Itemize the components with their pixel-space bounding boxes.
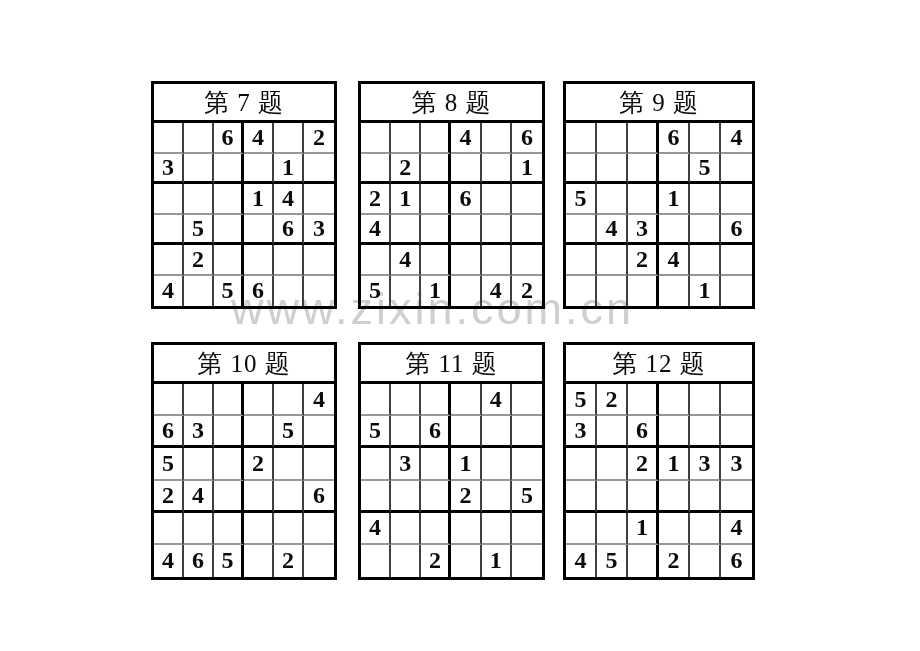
sudoku-cell: 5 xyxy=(566,184,597,215)
sudoku-cell xyxy=(361,481,391,513)
sudoku-cell xyxy=(274,448,304,480)
sudoku-cell: 3 xyxy=(184,416,214,448)
sudoku-cell xyxy=(597,513,628,545)
sudoku-cell: 4 xyxy=(721,123,752,154)
sudoku-cell xyxy=(391,215,421,246)
sudoku-cell xyxy=(214,384,244,416)
sudoku-cell: 4 xyxy=(184,481,214,513)
sudoku-cell xyxy=(391,545,421,577)
sudoku-cell xyxy=(244,154,274,185)
sudoku-cell: 1 xyxy=(659,184,690,215)
sudoku-cell: 1 xyxy=(274,154,304,185)
sudoku-cell: 4 xyxy=(482,276,512,307)
sudoku-cell: 5 xyxy=(512,481,542,513)
sudoku-cell: 2 xyxy=(274,545,304,577)
sudoku-cell xyxy=(512,384,542,416)
sudoku-cell xyxy=(597,154,628,185)
sudoku-cell xyxy=(391,513,421,545)
sudoku-cell xyxy=(690,123,721,154)
sudoku-cell: 6 xyxy=(721,545,752,577)
sudoku-puzzle-8: 第 8 题 4621216445142 xyxy=(358,81,545,309)
sudoku-cell xyxy=(421,123,451,154)
sudoku-cell: 1 xyxy=(451,448,481,480)
sudoku-cell: 2 xyxy=(451,481,481,513)
sudoku-cell: 2 xyxy=(421,545,451,577)
sudoku-cell: 2 xyxy=(628,448,659,480)
sudoku-cell: 3 xyxy=(566,416,597,448)
sudoku-cell: 6 xyxy=(154,416,184,448)
sudoku-cell xyxy=(512,215,542,246)
sudoku-cell: 4 xyxy=(391,245,421,276)
sudoku-cell xyxy=(421,184,451,215)
sudoku-cell xyxy=(391,384,421,416)
sudoku-cell: 6 xyxy=(184,545,214,577)
sudoku-cell xyxy=(304,245,334,276)
sudoku-cell xyxy=(274,513,304,545)
sudoku-cell xyxy=(184,123,214,154)
sudoku-grid: 64551436241 xyxy=(566,123,752,306)
sudoku-cell xyxy=(361,545,391,577)
sudoku-cell: 4 xyxy=(154,545,184,577)
sudoku-cell xyxy=(628,184,659,215)
sudoku-cell xyxy=(154,184,184,215)
sudoku-cell xyxy=(421,384,451,416)
sudoku-cell xyxy=(361,384,391,416)
puzzle-title: 第 10 题 xyxy=(154,345,334,384)
sudoku-cell xyxy=(482,154,512,185)
sudoku-puzzle-11: 第 11 题 4563125421 xyxy=(358,342,545,580)
sudoku-cell xyxy=(659,384,690,416)
sudoku-cell: 5 xyxy=(154,448,184,480)
sudoku-cell: 2 xyxy=(391,154,421,185)
sudoku-cell xyxy=(597,416,628,448)
sudoku-cell: 5 xyxy=(274,416,304,448)
sudoku-cell: 4 xyxy=(361,215,391,246)
sudoku-cell xyxy=(421,448,451,480)
sudoku-cell xyxy=(566,481,597,513)
sudoku-cell: 3 xyxy=(391,448,421,480)
sudoku-cell xyxy=(690,245,721,276)
sudoku-cell: 1 xyxy=(659,448,690,480)
sudoku-cell xyxy=(214,215,244,246)
sudoku-cell xyxy=(421,215,451,246)
sudoku-cell xyxy=(482,448,512,480)
sudoku-cell xyxy=(244,545,274,577)
sudoku-cell xyxy=(628,545,659,577)
sudoku-cell: 6 xyxy=(274,215,304,246)
sudoku-cell xyxy=(244,245,274,276)
sudoku-cell xyxy=(214,416,244,448)
puzzle-title: 第 8 题 xyxy=(361,84,542,123)
sudoku-cell xyxy=(721,245,752,276)
puzzle-title: 第 9 题 xyxy=(566,84,752,123)
sudoku-cell: 1 xyxy=(244,184,274,215)
sudoku-cell xyxy=(659,416,690,448)
sudoku-worksheet-page: { "game": "sudoku", "variant": "6x6, 2 r… xyxy=(0,0,920,651)
sudoku-cell: 3 xyxy=(721,448,752,480)
sudoku-cell: 5 xyxy=(361,276,391,307)
sudoku-cell xyxy=(154,123,184,154)
sudoku-cell xyxy=(451,384,481,416)
sudoku-cell: 2 xyxy=(512,276,542,307)
sudoku-grid: 52362133144526 xyxy=(566,384,752,577)
sudoku-cell xyxy=(421,154,451,185)
sudoku-cell xyxy=(512,245,542,276)
sudoku-cell xyxy=(482,481,512,513)
sudoku-cell xyxy=(184,184,214,215)
sudoku-cell xyxy=(214,448,244,480)
sudoku-cell: 5 xyxy=(690,154,721,185)
sudoku-cell: 4 xyxy=(482,384,512,416)
sudoku-cell: 6 xyxy=(721,215,752,246)
sudoku-cell xyxy=(391,481,421,513)
sudoku-cell: 4 xyxy=(659,245,690,276)
sudoku-cell xyxy=(597,276,628,307)
sudoku-cell xyxy=(154,384,184,416)
sudoku-cell xyxy=(274,481,304,513)
sudoku-cell xyxy=(184,513,214,545)
sudoku-cell xyxy=(628,276,659,307)
sudoku-cell xyxy=(274,245,304,276)
sudoku-cell xyxy=(566,276,597,307)
sudoku-cell: 4 xyxy=(566,545,597,577)
sudoku-cell: 6 xyxy=(659,123,690,154)
sudoku-cell xyxy=(451,545,481,577)
sudoku-cell: 3 xyxy=(154,154,184,185)
sudoku-cell: 6 xyxy=(512,123,542,154)
sudoku-cell: 3 xyxy=(690,448,721,480)
sudoku-cell: 5 xyxy=(566,384,597,416)
sudoku-cell xyxy=(597,123,628,154)
sudoku-cell: 1 xyxy=(690,276,721,307)
sudoku-cell xyxy=(659,513,690,545)
puzzle-title: 第 7 题 xyxy=(154,84,334,123)
sudoku-cell: 6 xyxy=(628,416,659,448)
sudoku-cell xyxy=(421,513,451,545)
sudoku-cell xyxy=(214,513,244,545)
sudoku-cell xyxy=(214,245,244,276)
sudoku-cell xyxy=(451,416,481,448)
sudoku-cell: 2 xyxy=(597,384,628,416)
sudoku-cell xyxy=(659,215,690,246)
sudoku-cell: 4 xyxy=(154,276,184,307)
sudoku-cell: 4 xyxy=(244,123,274,154)
sudoku-cell xyxy=(304,184,334,215)
sudoku-cell xyxy=(597,481,628,513)
sudoku-cell xyxy=(659,276,690,307)
sudoku-cell xyxy=(566,123,597,154)
sudoku-cell: 6 xyxy=(451,184,481,215)
sudoku-cell: 1 xyxy=(482,545,512,577)
sudoku-grid: 4635522464652 xyxy=(154,384,334,577)
sudoku-cell xyxy=(154,245,184,276)
sudoku-cell xyxy=(566,215,597,246)
sudoku-grid: 4563125421 xyxy=(361,384,542,577)
puzzle-title: 第 11 题 xyxy=(361,345,542,384)
sudoku-cell xyxy=(214,184,244,215)
sudoku-cell xyxy=(628,123,659,154)
sudoku-cell: 4 xyxy=(451,123,481,154)
sudoku-cell xyxy=(361,123,391,154)
sudoku-cell xyxy=(566,513,597,545)
sudoku-cell xyxy=(154,215,184,246)
sudoku-cell xyxy=(512,416,542,448)
sudoku-cell xyxy=(659,154,690,185)
sudoku-cell xyxy=(721,154,752,185)
sudoku-cell: 2 xyxy=(659,545,690,577)
sudoku-cell xyxy=(244,416,274,448)
sudoku-cell: 5 xyxy=(214,276,244,307)
sudoku-cell xyxy=(628,384,659,416)
sudoku-cell: 5 xyxy=(184,215,214,246)
sudoku-cell: 2 xyxy=(304,123,334,154)
sudoku-cell xyxy=(274,384,304,416)
sudoku-cell xyxy=(721,384,752,416)
sudoku-cell xyxy=(690,384,721,416)
sudoku-cell: 1 xyxy=(512,154,542,185)
sudoku-cell xyxy=(451,154,481,185)
sudoku-cell xyxy=(512,545,542,577)
sudoku-cell: 3 xyxy=(628,215,659,246)
sudoku-cell xyxy=(721,481,752,513)
sudoku-puzzle-7: 第 7 题 64231145632456 xyxy=(151,81,337,309)
sudoku-cell xyxy=(482,416,512,448)
sudoku-cell xyxy=(244,215,274,246)
sudoku-cell: 1 xyxy=(421,276,451,307)
sudoku-cell xyxy=(512,513,542,545)
sudoku-cell: 2 xyxy=(154,481,184,513)
sudoku-cell: 5 xyxy=(214,545,244,577)
sudoku-cell xyxy=(659,481,690,513)
sudoku-cell xyxy=(184,154,214,185)
sudoku-cell xyxy=(482,123,512,154)
sudoku-cell xyxy=(361,154,391,185)
sudoku-cell xyxy=(482,184,512,215)
sudoku-cell xyxy=(304,276,334,307)
sudoku-cell xyxy=(274,123,304,154)
sudoku-grid: 64231145632456 xyxy=(154,123,334,306)
sudoku-cell xyxy=(690,545,721,577)
sudoku-cell: 6 xyxy=(421,416,451,448)
sudoku-cell xyxy=(566,448,597,480)
sudoku-cell xyxy=(482,245,512,276)
sudoku-cell xyxy=(512,184,542,215)
puzzle-title: 第 12 题 xyxy=(566,345,752,384)
sudoku-cell xyxy=(690,215,721,246)
sudoku-cell xyxy=(690,481,721,513)
sudoku-cell xyxy=(184,448,214,480)
sudoku-cell xyxy=(421,481,451,513)
sudoku-cell xyxy=(597,184,628,215)
sudoku-cell: 2 xyxy=(628,245,659,276)
sudoku-cell: 3 xyxy=(304,215,334,246)
sudoku-cell xyxy=(274,276,304,307)
sudoku-grid: 4621216445142 xyxy=(361,123,542,306)
sudoku-cell xyxy=(391,123,421,154)
sudoku-cell xyxy=(628,154,659,185)
sudoku-puzzle-9: 第 9 题 64551436241 xyxy=(563,81,755,309)
sudoku-cell xyxy=(214,154,244,185)
sudoku-cell xyxy=(391,416,421,448)
sudoku-cell xyxy=(421,245,451,276)
sudoku-cell: 4 xyxy=(274,184,304,215)
sudoku-cell xyxy=(451,245,481,276)
sudoku-cell xyxy=(690,184,721,215)
sudoku-cell xyxy=(304,513,334,545)
sudoku-cell xyxy=(482,513,512,545)
sudoku-cell xyxy=(361,448,391,480)
sudoku-cell: 4 xyxy=(304,384,334,416)
sudoku-cell: 2 xyxy=(361,184,391,215)
sudoku-cell xyxy=(628,481,659,513)
sudoku-cell xyxy=(690,416,721,448)
sudoku-cell xyxy=(690,513,721,545)
sudoku-cell xyxy=(361,245,391,276)
sudoku-cell: 4 xyxy=(721,513,752,545)
sudoku-cell xyxy=(451,276,481,307)
sudoku-cell: 5 xyxy=(361,416,391,448)
sudoku-cell xyxy=(184,384,214,416)
sudoku-cell xyxy=(566,245,597,276)
sudoku-cell: 6 xyxy=(214,123,244,154)
sudoku-cell xyxy=(244,384,274,416)
sudoku-cell: 6 xyxy=(304,481,334,513)
sudoku-cell xyxy=(391,276,421,307)
sudoku-cell xyxy=(304,545,334,577)
sudoku-cell: 1 xyxy=(628,513,659,545)
sudoku-cell xyxy=(154,513,184,545)
sudoku-cell: 5 xyxy=(597,545,628,577)
sudoku-cell xyxy=(597,448,628,480)
sudoku-cell xyxy=(244,513,274,545)
sudoku-cell xyxy=(184,276,214,307)
sudoku-cell: 6 xyxy=(244,276,274,307)
sudoku-cell: 2 xyxy=(184,245,214,276)
sudoku-cell xyxy=(304,448,334,480)
sudoku-cell: 4 xyxy=(597,215,628,246)
sudoku-cell xyxy=(451,215,481,246)
sudoku-cell: 4 xyxy=(361,513,391,545)
sudoku-cell xyxy=(721,276,752,307)
sudoku-cell: 2 xyxy=(244,448,274,480)
sudoku-cell xyxy=(451,513,481,545)
sudoku-cell: 1 xyxy=(391,184,421,215)
sudoku-cell xyxy=(597,245,628,276)
sudoku-cell xyxy=(214,481,244,513)
sudoku-puzzle-10: 第 10 题 4635522464652 xyxy=(151,342,337,580)
sudoku-cell xyxy=(721,184,752,215)
sudoku-cell xyxy=(304,416,334,448)
sudoku-cell xyxy=(566,154,597,185)
sudoku-cell xyxy=(304,154,334,185)
sudoku-cell xyxy=(244,481,274,513)
sudoku-puzzle-12: 第 12 题 52362133144526 xyxy=(563,342,755,580)
sudoku-cell xyxy=(721,416,752,448)
sudoku-cell xyxy=(482,215,512,246)
sudoku-cell xyxy=(512,448,542,480)
